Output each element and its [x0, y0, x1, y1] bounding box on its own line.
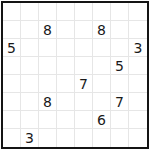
clue-cell-r5c2: 8 — [39, 93, 57, 111]
empty-cell-r6c0[interactable] — [3, 111, 21, 129]
clue-cell-r6c5: 6 — [93, 111, 111, 129]
clue-cell-r3c6: 5 — [111, 57, 129, 75]
empty-cell-r4c3[interactable] — [57, 75, 75, 93]
empty-cell-r0c4[interactable] — [75, 3, 93, 21]
empty-cell-r1c6[interactable] — [111, 21, 129, 39]
empty-cell-r1c3[interactable] — [57, 21, 75, 39]
empty-cell-r7c7[interactable] — [129, 129, 147, 147]
empty-cell-r7c5[interactable] — [93, 129, 111, 147]
empty-cell-r3c0[interactable] — [3, 57, 21, 75]
empty-cell-r7c3[interactable] — [57, 129, 75, 147]
clue-cell-r1c2: 8 — [39, 21, 57, 39]
empty-cell-r7c2[interactable] — [39, 129, 57, 147]
empty-cell-r6c7[interactable] — [129, 111, 147, 129]
empty-cell-r5c4[interactable] — [75, 93, 93, 111]
empty-cell-r3c1[interactable] — [21, 57, 39, 75]
empty-cell-r4c2[interactable] — [39, 75, 57, 93]
empty-cell-r3c3[interactable] — [57, 57, 75, 75]
empty-cell-r4c5[interactable] — [93, 75, 111, 93]
empty-cell-r5c0[interactable] — [3, 93, 21, 111]
empty-cell-r7c4[interactable] — [75, 129, 93, 147]
empty-cell-r1c0[interactable] — [3, 21, 21, 39]
clue-cell-r1c5: 8 — [93, 21, 111, 39]
empty-cell-r5c1[interactable] — [21, 93, 39, 111]
empty-cell-r6c4[interactable] — [75, 111, 93, 129]
puzzle-board: 8853578763 — [1, 1, 149, 149]
empty-cell-r2c3[interactable] — [57, 39, 75, 57]
clue-cell-r4c4: 7 — [75, 75, 93, 93]
empty-cell-r0c6[interactable] — [111, 3, 129, 21]
empty-cell-r4c0[interactable] — [3, 75, 21, 93]
empty-cell-r6c3[interactable] — [57, 111, 75, 129]
clue-cell-r5c6: 7 — [111, 93, 129, 111]
empty-cell-r0c5[interactable] — [93, 3, 111, 21]
empty-cell-r0c2[interactable] — [39, 3, 57, 21]
empty-cell-r0c1[interactable] — [21, 3, 39, 21]
empty-cell-r3c2[interactable] — [39, 57, 57, 75]
empty-cell-r4c6[interactable] — [111, 75, 129, 93]
empty-cell-r5c7[interactable] — [129, 93, 147, 111]
empty-cell-r1c1[interactable] — [21, 21, 39, 39]
empty-cell-r7c6[interactable] — [111, 129, 129, 147]
empty-cell-r0c3[interactable] — [57, 3, 75, 21]
clue-cell-r2c0: 5 — [3, 39, 21, 57]
clue-cell-r2c7: 3 — [129, 39, 147, 57]
empty-cell-r4c1[interactable] — [21, 75, 39, 93]
empty-cell-r3c7[interactable] — [129, 57, 147, 75]
empty-cell-r2c4[interactable] — [75, 39, 93, 57]
empty-cell-r1c4[interactable] — [75, 21, 93, 39]
empty-cell-r2c6[interactable] — [111, 39, 129, 57]
empty-cell-r6c2[interactable] — [39, 111, 57, 129]
empty-cell-r5c3[interactable] — [57, 93, 75, 111]
empty-cell-r3c4[interactable] — [75, 57, 93, 75]
empty-cell-r5c5[interactable] — [93, 93, 111, 111]
empty-cell-r0c0[interactable] — [3, 3, 21, 21]
empty-cell-r4c7[interactable] — [129, 75, 147, 93]
clue-cell-r7c1: 3 — [21, 129, 39, 147]
empty-cell-r2c5[interactable] — [93, 39, 111, 57]
empty-cell-r2c1[interactable] — [21, 39, 39, 57]
empty-cell-r2c2[interactable] — [39, 39, 57, 57]
empty-cell-r7c0[interactable] — [3, 129, 21, 147]
empty-cell-r6c1[interactable] — [21, 111, 39, 129]
empty-cell-r3c5[interactable] — [93, 57, 111, 75]
empty-cell-r1c7[interactable] — [129, 21, 147, 39]
empty-cell-r6c6[interactable] — [111, 111, 129, 129]
empty-cell-r0c7[interactable] — [129, 3, 147, 21]
